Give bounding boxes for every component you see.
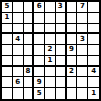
sudoku-cell-given-r1c4[interactable]: 6: [34, 2, 45, 13]
sudoku-cell-empty-r3c2[interactable]: [13, 24, 24, 35]
sudoku-cell-empty-r5c1[interactable]: [2, 45, 13, 56]
sudoku-cell-empty-r6c9[interactable]: [88, 56, 99, 67]
sudoku-cell-empty-r3c1[interactable]: [2, 24, 13, 35]
sudoku-cell-empty-r7c4[interactable]: [34, 67, 45, 78]
sudoku-cell-empty-r5c9[interactable]: [88, 45, 99, 56]
sudoku-cell-empty-r1c3[interactable]: [24, 2, 35, 13]
sudoku-cell-empty-r9c5[interactable]: [45, 88, 56, 99]
sudoku-cell-given-r1c1[interactable]: 5: [2, 2, 13, 13]
sudoku-cell-empty-r3c8[interactable]: [77, 24, 88, 35]
sudoku-cell-empty-r6c6[interactable]: [56, 56, 67, 67]
sudoku-cell-empty-r9c6[interactable]: [56, 88, 67, 99]
sudoku-cell-given-r7c9[interactable]: 4: [88, 67, 99, 78]
sudoku-cell-empty-r7c2[interactable]: [13, 67, 24, 78]
sudoku-cell-given-r4c2[interactable]: 4: [13, 34, 24, 45]
sudoku-cell-empty-r3c9[interactable]: [88, 24, 99, 35]
sudoku-cell-empty-r9c2[interactable]: [13, 88, 24, 99]
sudoku-cell-given-r5c7[interactable]: 9: [67, 45, 78, 56]
sudoku-cell-empty-r8c6[interactable]: [56, 77, 67, 88]
sudoku-cell-empty-r1c9[interactable]: [88, 2, 99, 13]
sudoku-cell-empty-r1c7[interactable]: [67, 2, 78, 13]
sudoku-cell-given-r5c5[interactable]: 2: [45, 45, 56, 56]
sudoku-cell-empty-r3c6[interactable]: [56, 24, 67, 35]
sudoku-cell-empty-r8c5[interactable]: [45, 77, 56, 88]
sudoku-cell-empty-r1c2[interactable]: [13, 2, 24, 13]
sudoku-cell-empty-r2c7[interactable]: [67, 13, 78, 24]
sudoku-cell-empty-r9c7[interactable]: [67, 88, 78, 99]
sudoku-cell-given-r1c6[interactable]: 3: [56, 2, 67, 13]
sudoku-cell-empty-r4c6[interactable]: [56, 34, 67, 45]
sudoku-cell-given-r9c9[interactable]: 1: [88, 88, 99, 99]
sudoku-cell-empty-r4c5[interactable]: [45, 34, 56, 45]
sudoku-cell-empty-r7c1[interactable]: [2, 67, 13, 78]
sudoku-cell-empty-r9c1[interactable]: [2, 88, 13, 99]
sudoku-cell-empty-r6c8[interactable]: [77, 56, 88, 67]
sudoku-cell-empty-r7c5[interactable]: [45, 67, 56, 78]
sudoku-cell-empty-r5c2[interactable]: [13, 45, 24, 56]
sudoku-cell-empty-r6c7[interactable]: [67, 56, 78, 67]
sudoku-cell-empty-r2c9[interactable]: [88, 13, 99, 24]
sudoku-cell-empty-r6c2[interactable]: [13, 56, 24, 67]
sudoku-board: 56371432918246951: [0, 0, 101, 101]
sudoku-cell-empty-r2c5[interactable]: [45, 13, 56, 24]
sudoku-cell-empty-r3c5[interactable]: [45, 24, 56, 35]
sudoku-cell-empty-r3c7[interactable]: [67, 24, 78, 35]
sudoku-cell-empty-r1c5[interactable]: [45, 2, 56, 13]
sudoku-cell-empty-r2c2[interactable]: [13, 13, 24, 24]
sudoku-cell-empty-r4c3[interactable]: [24, 34, 35, 45]
sudoku-cell-empty-r9c3[interactable]: [24, 88, 35, 99]
sudoku-cell-empty-r2c4[interactable]: [34, 13, 45, 24]
sudoku-cell-empty-r6c3[interactable]: [24, 56, 35, 67]
sudoku-cell-empty-r5c4[interactable]: [34, 45, 45, 56]
sudoku-cell-empty-r8c3[interactable]: [24, 77, 35, 88]
sudoku-cell-given-r6c5[interactable]: 1: [45, 56, 56, 67]
sudoku-cell-empty-r4c9[interactable]: [88, 34, 99, 45]
sudoku-cell-empty-r4c4[interactable]: [34, 34, 45, 45]
sudoku-cell-given-r8c4[interactable]: 9: [34, 77, 45, 88]
sudoku-cell-empty-r2c6[interactable]: [56, 13, 67, 24]
sudoku-cell-given-r7c3[interactable]: 8: [24, 67, 35, 78]
sudoku-cell-empty-r7c8[interactable]: [77, 67, 88, 78]
sudoku-cell-empty-r2c8[interactable]: [77, 13, 88, 24]
sudoku-cell-empty-r9c8[interactable]: [77, 88, 88, 99]
sudoku-cell-empty-r4c1[interactable]: [2, 34, 13, 45]
sudoku-cell-empty-r6c4[interactable]: [34, 56, 45, 67]
sudoku-cell-empty-r6c1[interactable]: [2, 56, 13, 67]
sudoku-cell-empty-r8c7[interactable]: [67, 77, 78, 88]
sudoku-cell-given-r1c8[interactable]: 7: [77, 2, 88, 13]
sudoku-cell-empty-r7c6[interactable]: [56, 67, 67, 78]
sudoku-cell-empty-r3c3[interactable]: [24, 24, 35, 35]
sudoku-cell-empty-r3c4[interactable]: [34, 24, 45, 35]
sudoku-cell-empty-r8c9[interactable]: [88, 77, 99, 88]
sudoku-cell-given-r2c1[interactable]: 1: [2, 13, 13, 24]
sudoku-cell-empty-r8c1[interactable]: [2, 77, 13, 88]
sudoku-cell-given-r9c4[interactable]: 5: [34, 88, 45, 99]
sudoku-cell-empty-r5c8[interactable]: [77, 45, 88, 56]
sudoku-cell-given-r4c8[interactable]: 3: [77, 34, 88, 45]
sudoku-cell-empty-r5c3[interactable]: [24, 45, 35, 56]
sudoku-cell-empty-r5c6[interactable]: [56, 45, 67, 56]
sudoku-cell-empty-r2c3[interactable]: [24, 13, 35, 24]
sudoku-cell-given-r8c2[interactable]: 6: [13, 77, 24, 88]
sudoku-cell-empty-r8c8[interactable]: [77, 77, 88, 88]
sudoku-cell-given-r7c7[interactable]: 2: [67, 67, 78, 78]
sudoku-cell-empty-r4c7[interactable]: [67, 34, 78, 45]
